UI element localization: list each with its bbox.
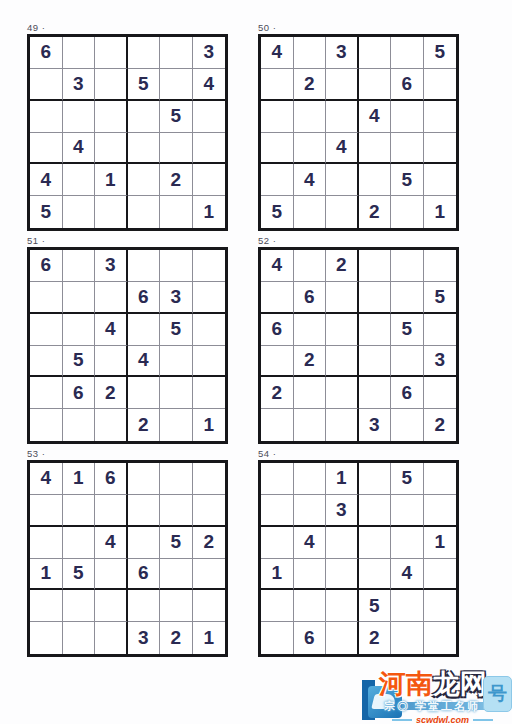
cell-r1c2 <box>63 37 96 69</box>
cell-r6c6 <box>424 622 457 654</box>
cell-r5c1 <box>30 590 63 622</box>
cell-r1c3: 3 <box>326 37 359 69</box>
cell-r3c4 <box>359 527 392 559</box>
cell-r3c4 <box>359 314 392 346</box>
cell-r3c5 <box>391 527 424 559</box>
cell-r1c6 <box>424 250 457 282</box>
puzzle-49-label: 49 · <box>27 22 228 34</box>
cell-r4c1: 1 <box>30 559 63 591</box>
cell-r4c2: 5 <box>63 559 96 591</box>
cell-r5c6 <box>424 164 457 196</box>
cell-r6c2: 6 <box>294 622 327 654</box>
cell-r4c4: 4 <box>128 346 161 378</box>
cell-r2c4: 6 <box>128 282 161 314</box>
cell-r3c2 <box>294 101 327 133</box>
cell-r4c4 <box>128 133 161 165</box>
cell-r3c4: 4 <box>359 101 392 133</box>
cell-r5c5 <box>391 590 424 622</box>
cell-r1c6 <box>193 463 226 495</box>
cell-r6c4: 3 <box>128 622 161 654</box>
cell-r2c5: 3 <box>160 282 193 314</box>
cell-r4c1 <box>30 346 63 378</box>
cell-r6c2 <box>294 409 327 441</box>
cell-r3c6: 1 <box>424 527 457 559</box>
cell-r5c1 <box>261 164 294 196</box>
cell-r5c2 <box>63 590 96 622</box>
cell-r1c2 <box>294 250 327 282</box>
cell-r3c5 <box>391 101 424 133</box>
cell-r4c5 <box>160 133 193 165</box>
cell-r5c6 <box>424 377 457 409</box>
cell-r3c3: 4 <box>95 314 128 346</box>
cell-r1c2 <box>294 37 327 69</box>
cell-r2c6: 5 <box>424 282 457 314</box>
puzzle-49: 49 · 633545441251 <box>27 22 228 231</box>
cell-r4c1 <box>261 346 294 378</box>
cell-r4c2: 5 <box>63 346 96 378</box>
cell-r1c4 <box>128 250 161 282</box>
cell-r6c1 <box>30 409 63 441</box>
cell-r6c6: 1 <box>193 622 226 654</box>
cell-r1c2: 1 <box>63 463 96 495</box>
cell-r4c6 <box>193 133 226 165</box>
cell-r4c3 <box>326 559 359 591</box>
cell-r3c3 <box>326 314 359 346</box>
cell-r6c5 <box>160 196 193 228</box>
cell-r6c2 <box>63 409 96 441</box>
cell-r6c4: 2 <box>359 622 392 654</box>
cell-r4c1: 1 <box>261 559 294 591</box>
cell-r1c4 <box>359 463 392 495</box>
watermark-brand-part2: 龙网 <box>433 669 487 699</box>
cell-r3c4 <box>128 314 161 346</box>
cell-r2c2: 6 <box>294 282 327 314</box>
cell-r4c3 <box>95 346 128 378</box>
site-watermark: 河南龙网 号 宗◎ 学堂工名师 scwdwl.com <box>362 668 512 724</box>
cell-r1c6 <box>193 250 226 282</box>
cell-r2c4 <box>359 495 392 527</box>
cell-r5c1: 4 <box>30 164 63 196</box>
cell-r3c1 <box>261 101 294 133</box>
cell-r1c6 <box>424 463 457 495</box>
watermark-dash-right <box>473 719 493 721</box>
cell-r5c5: 2 <box>160 164 193 196</box>
cell-r3c5: 5 <box>160 314 193 346</box>
cell-r5c2 <box>63 164 96 196</box>
cell-r1c1: 6 <box>30 37 63 69</box>
sudoku-board-51: 636345546221 <box>27 247 228 444</box>
cell-r6c4 <box>128 196 161 228</box>
cell-r4c6 <box>424 559 457 591</box>
cell-r5c2 <box>294 377 327 409</box>
cell-r2c1 <box>261 495 294 527</box>
puzzle-50: 50 · 435264445521 <box>258 22 459 231</box>
cell-r3c2: 4 <box>294 527 327 559</box>
cell-r1c2 <box>294 463 327 495</box>
cell-r5c5: 5 <box>391 164 424 196</box>
cell-r5c4 <box>359 377 392 409</box>
cell-r5c2: 6 <box>63 377 96 409</box>
cell-r3c3: 4 <box>95 527 128 559</box>
cell-r5c6 <box>193 377 226 409</box>
cell-r5c4 <box>128 590 161 622</box>
cell-r1c1: 4 <box>30 463 63 495</box>
cell-r2c2 <box>63 495 96 527</box>
cell-r2c3: 3 <box>326 495 359 527</box>
cell-r5c2: 4 <box>294 164 327 196</box>
cell-r3c5: 5 <box>160 527 193 559</box>
cell-r2c6 <box>193 282 226 314</box>
cell-r4c6 <box>193 346 226 378</box>
cell-r1c5 <box>160 37 193 69</box>
cell-r4c1 <box>30 133 63 165</box>
cell-r6c3 <box>95 196 128 228</box>
cell-r1c4 <box>359 250 392 282</box>
cell-r1c5 <box>391 250 424 282</box>
cell-r2c2: 3 <box>63 69 96 101</box>
cell-r2c1 <box>30 282 63 314</box>
cell-r4c5 <box>160 346 193 378</box>
cell-r5c3 <box>95 590 128 622</box>
cell-r3c6 <box>193 314 226 346</box>
cell-r2c3 <box>95 282 128 314</box>
cell-r2c3 <box>95 495 128 527</box>
sudoku-board-49: 633545441251 <box>27 34 228 231</box>
cell-r2c6 <box>424 69 457 101</box>
cell-r2c4 <box>359 282 392 314</box>
cell-r2c5 <box>391 282 424 314</box>
cell-r6c4: 3 <box>359 409 392 441</box>
cell-r6c6: 1 <box>193 409 226 441</box>
cell-r6c1 <box>30 622 63 654</box>
cell-r6c6: 1 <box>193 196 226 228</box>
cell-r5c1 <box>30 377 63 409</box>
cell-r2c3 <box>95 69 128 101</box>
cell-r3c3 <box>326 101 359 133</box>
cell-r2c4 <box>359 69 392 101</box>
cell-r3c2 <box>63 527 96 559</box>
cell-r6c5 <box>391 196 424 228</box>
cell-r6c5 <box>160 409 193 441</box>
puzzle-54: 54 · 1534114562 <box>258 448 459 657</box>
cell-r5c5: 6 <box>391 377 424 409</box>
cell-r4c2: 4 <box>63 133 96 165</box>
cell-r6c5: 2 <box>160 622 193 654</box>
cell-r1c5: 5 <box>391 463 424 495</box>
cell-r5c3: 1 <box>95 164 128 196</box>
cell-r2c1 <box>261 69 294 101</box>
sudoku-board-54: 1534114562 <box>258 460 459 657</box>
cell-r4c3 <box>95 133 128 165</box>
cell-r5c3 <box>326 590 359 622</box>
cell-r6c3 <box>326 409 359 441</box>
cell-r4c4 <box>359 133 392 165</box>
cell-r4c3 <box>326 346 359 378</box>
cell-r2c2 <box>63 282 96 314</box>
cell-r3c4 <box>128 101 161 133</box>
puzzle-53-label: 53 · <box>27 448 228 460</box>
cell-r5c6 <box>424 590 457 622</box>
cell-r4c4 <box>359 559 392 591</box>
cell-r2c5 <box>391 495 424 527</box>
cell-r6c3 <box>326 622 359 654</box>
cell-r1c3: 3 <box>95 250 128 282</box>
cell-r1c6: 3 <box>193 37 226 69</box>
puzzle-53: 53 · 416452156321 <box>27 448 228 657</box>
cell-r1c2 <box>63 250 96 282</box>
cell-r2c6 <box>424 495 457 527</box>
cell-r1c3: 6 <box>95 463 128 495</box>
puzzle-52-label: 52 · <box>258 235 459 247</box>
cell-r5c3 <box>326 377 359 409</box>
cell-r4c5 <box>160 559 193 591</box>
watermark-brand-part1: 河南 <box>379 669 433 699</box>
cell-r2c2: 2 <box>294 69 327 101</box>
cell-r3c1 <box>30 101 63 133</box>
puzzle-52: 52 · 426565232632 <box>258 235 459 444</box>
cell-r4c5 <box>391 346 424 378</box>
watermark-tagline: 宗◎ 学堂工名师 <box>384 699 480 714</box>
cell-r6c6: 2 <box>424 409 457 441</box>
cell-r1c3: 1 <box>326 463 359 495</box>
cell-r6c6: 1 <box>424 196 457 228</box>
cell-r4c2 <box>294 559 327 591</box>
cell-r1c1: 4 <box>261 37 294 69</box>
cell-r3c1: 6 <box>261 314 294 346</box>
puzzle-54-label: 54 · <box>258 448 459 460</box>
cell-r5c6 <box>193 164 226 196</box>
cell-r3c2 <box>63 101 96 133</box>
cell-r2c5 <box>160 69 193 101</box>
cell-r6c2 <box>294 196 327 228</box>
cell-r6c2 <box>63 622 96 654</box>
cell-r4c2 <box>294 133 327 165</box>
cell-r5c1 <box>261 590 294 622</box>
cell-r2c6: 4 <box>193 69 226 101</box>
cell-r1c3 <box>95 37 128 69</box>
cell-r1c5 <box>160 463 193 495</box>
cell-r1c4 <box>359 37 392 69</box>
cell-r5c1: 2 <box>261 377 294 409</box>
watermark-url-row: scwdwl.com <box>392 715 493 724</box>
cell-r6c3 <box>95 622 128 654</box>
cell-r1c5 <box>391 37 424 69</box>
sudoku-board-52: 426565232632 <box>258 247 459 444</box>
cell-r4c3: 4 <box>326 133 359 165</box>
cell-r3c6: 2 <box>193 527 226 559</box>
cell-r1c1: 6 <box>30 250 63 282</box>
cell-r2c1 <box>30 495 63 527</box>
cell-r6c1 <box>261 409 294 441</box>
cell-r2c4 <box>128 495 161 527</box>
cell-r3c3 <box>326 527 359 559</box>
cell-r5c4 <box>359 164 392 196</box>
cell-r5c6 <box>193 590 226 622</box>
cell-r4c1 <box>261 133 294 165</box>
cell-r6c3 <box>95 409 128 441</box>
cell-r4c4: 6 <box>128 559 161 591</box>
cell-r3c6 <box>424 314 457 346</box>
cell-r6c5 <box>391 409 424 441</box>
cell-r4c6 <box>193 559 226 591</box>
cell-r3c3 <box>95 101 128 133</box>
cell-r5c4 <box>128 164 161 196</box>
cell-r2c5: 6 <box>391 69 424 101</box>
cell-r1c4 <box>128 463 161 495</box>
cell-r5c4: 5 <box>359 590 392 622</box>
cell-r4c6: 3 <box>424 346 457 378</box>
cell-r4c3 <box>95 559 128 591</box>
cell-r3c6 <box>424 101 457 133</box>
sudoku-board-53: 416452156321 <box>27 460 228 657</box>
cell-r2c6 <box>193 495 226 527</box>
cell-r1c4 <box>128 37 161 69</box>
cell-r6c4: 2 <box>359 196 392 228</box>
cell-r2c1 <box>261 282 294 314</box>
cell-r5c4 <box>128 377 161 409</box>
cell-r4c5 <box>391 133 424 165</box>
puzzle-51: 51 · 636345546221 <box>27 235 228 444</box>
cell-r1c3: 2 <box>326 250 359 282</box>
watermark-seal-icon: 号 <box>483 676 512 712</box>
cell-r6c2 <box>63 196 96 228</box>
cell-r5c5 <box>160 590 193 622</box>
watermark-brand-text: 河南龙网 <box>379 668 487 700</box>
cell-r6c3 <box>326 196 359 228</box>
cell-r1c1: 4 <box>261 250 294 282</box>
cell-r2c3 <box>326 69 359 101</box>
cell-r3c2 <box>63 314 96 346</box>
cell-r6c4: 2 <box>128 409 161 441</box>
cell-r3c1 <box>30 314 63 346</box>
cell-r3c1 <box>261 527 294 559</box>
cell-r3c5: 5 <box>391 314 424 346</box>
cell-r3c1 <box>30 527 63 559</box>
cell-r5c3: 2 <box>95 377 128 409</box>
cell-r1c6: 5 <box>424 37 457 69</box>
cell-r6c1: 5 <box>261 196 294 228</box>
cell-r5c2 <box>294 590 327 622</box>
cell-r2c3 <box>326 282 359 314</box>
cell-r2c4: 5 <box>128 69 161 101</box>
cell-r4c6 <box>424 133 457 165</box>
cell-r1c5 <box>160 250 193 282</box>
sudoku-worksheet: 49 · 633545441251 50 · 435264445521 51 ·… <box>0 0 512 724</box>
cell-r4c2: 2 <box>294 346 327 378</box>
cell-r1c1 <box>261 463 294 495</box>
cell-r2c5 <box>160 495 193 527</box>
cell-r5c3 <box>326 164 359 196</box>
cell-r6c1: 5 <box>30 196 63 228</box>
puzzle-51-label: 51 · <box>27 235 228 247</box>
cell-r4c4 <box>359 346 392 378</box>
watermark-dash-left <box>392 719 412 721</box>
puzzle-50-label: 50 · <box>258 22 459 34</box>
cell-r3c2 <box>294 314 327 346</box>
watermark-url: scwdwl.com <box>416 715 469 724</box>
sudoku-board-50: 435264445521 <box>258 34 459 231</box>
cell-r6c5 <box>391 622 424 654</box>
cell-r5c5 <box>160 377 193 409</box>
cell-r3c5: 5 <box>160 101 193 133</box>
cell-r2c1 <box>30 69 63 101</box>
cell-r3c6 <box>193 101 226 133</box>
cell-r3c4 <box>128 527 161 559</box>
cell-r2c2 <box>294 495 327 527</box>
cell-r4c5: 4 <box>391 559 424 591</box>
cell-r6c1 <box>261 622 294 654</box>
